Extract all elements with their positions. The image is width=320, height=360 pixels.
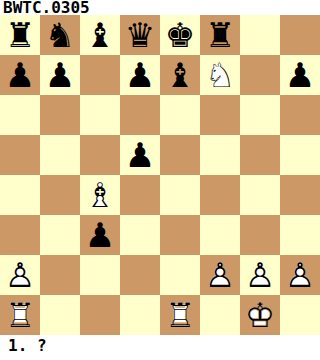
square-g7[interactable] (240, 55, 280, 95)
black-bishop-piece[interactable]: ♝ (160, 55, 200, 95)
square-h3[interactable] (280, 215, 320, 255)
square-g5[interactable] (240, 135, 280, 175)
square-a3[interactable] (0, 215, 40, 255)
square-g4[interactable] (240, 175, 280, 215)
square-g6[interactable] (240, 95, 280, 135)
square-c4[interactable]: ♝♗ (80, 175, 120, 215)
black-piece-glyph: ♛ (120, 15, 160, 55)
square-c3[interactable]: ♟ (80, 215, 120, 255)
white-knight-piece[interactable]: ♞♘ (200, 55, 240, 95)
black-pawn-piece[interactable]: ♟ (0, 55, 40, 95)
square-c2[interactable] (80, 255, 120, 295)
square-f4[interactable] (200, 175, 240, 215)
black-rook-piece[interactable]: ♜ (200, 15, 240, 55)
puzzle-id: BWTC.0305 (0, 0, 320, 15)
square-e2[interactable] (160, 255, 200, 295)
square-a7[interactable]: ♟ (0, 55, 40, 95)
chess-app-window: BWTC.0305 ♜♞♝♛♚♜♟♟♟♝♞♘♟♟♝♗♟♟♙♟♙♟♙♟♙♜♖♜♖♚… (0, 0, 320, 360)
square-h2[interactable]: ♟♙ (280, 255, 320, 295)
square-f8[interactable]: ♜ (200, 15, 240, 55)
square-e4[interactable] (160, 175, 200, 215)
white-bishop-piece[interactable]: ♝♗ (80, 175, 120, 215)
square-b8[interactable]: ♞ (40, 15, 80, 55)
black-piece-glyph: ♟ (120, 55, 160, 95)
white-piece-outline: ♙ (280, 255, 320, 295)
square-a2[interactable]: ♟♙ (0, 255, 40, 295)
white-piece-outline: ♖ (0, 295, 40, 335)
square-b7[interactable]: ♟ (40, 55, 80, 95)
square-c6[interactable] (80, 95, 120, 135)
white-rook-piece[interactable]: ♜♖ (160, 295, 200, 335)
white-pawn-piece[interactable]: ♟♙ (0, 255, 40, 295)
square-b3[interactable] (40, 215, 80, 255)
square-a1[interactable]: ♜♖ (0, 295, 40, 335)
black-pawn-piece[interactable]: ♟ (120, 135, 160, 175)
square-g1[interactable]: ♚♔ (240, 295, 280, 335)
black-pawn-piece[interactable]: ♟ (80, 215, 120, 255)
black-piece-glyph: ♞ (40, 15, 80, 55)
black-knight-piece[interactable]: ♞ (40, 15, 80, 55)
square-c1[interactable] (80, 295, 120, 335)
square-a5[interactable] (0, 135, 40, 175)
move-prompt: 1. ? (0, 335, 320, 360)
square-h5[interactable] (280, 135, 320, 175)
black-piece-glyph: ♟ (120, 135, 160, 175)
black-piece-glyph: ♜ (200, 15, 240, 55)
black-pawn-piece[interactable]: ♟ (280, 55, 320, 95)
white-piece-outline: ♙ (200, 255, 240, 295)
square-f5[interactable] (200, 135, 240, 175)
square-b5[interactable] (40, 135, 80, 175)
square-a8[interactable]: ♜ (0, 15, 40, 55)
black-piece-glyph: ♚ (160, 15, 200, 55)
square-e5[interactable] (160, 135, 200, 175)
chess-board: ♜♞♝♛♚♜♟♟♟♝♞♘♟♟♝♗♟♟♙♟♙♟♙♟♙♜♖♜♖♚♔ (0, 15, 320, 335)
white-piece-outline: ♙ (0, 255, 40, 295)
square-h7[interactable]: ♟ (280, 55, 320, 95)
white-piece-outline: ♔ (240, 295, 280, 335)
square-g2[interactable]: ♟♙ (240, 255, 280, 295)
square-d6[interactable] (120, 95, 160, 135)
square-d8[interactable]: ♛ (120, 15, 160, 55)
black-bishop-piece[interactable]: ♝ (80, 15, 120, 55)
white-pawn-piece[interactable]: ♟♙ (280, 255, 320, 295)
square-h4[interactable] (280, 175, 320, 215)
black-pawn-piece[interactable]: ♟ (120, 55, 160, 95)
black-piece-glyph: ♟ (40, 55, 80, 95)
square-d2[interactable] (120, 255, 160, 295)
square-b2[interactable] (40, 255, 80, 295)
black-piece-glyph: ♟ (280, 55, 320, 95)
black-pawn-piece[interactable]: ♟ (40, 55, 80, 95)
black-king-piece[interactable]: ♚ (160, 15, 200, 55)
square-d4[interactable] (120, 175, 160, 215)
square-e8[interactable]: ♚ (160, 15, 200, 55)
black-rook-piece[interactable]: ♜ (0, 15, 40, 55)
square-f2[interactable]: ♟♙ (200, 255, 240, 295)
square-f3[interactable] (200, 215, 240, 255)
square-a4[interactable] (0, 175, 40, 215)
square-d5[interactable]: ♟ (120, 135, 160, 175)
square-e3[interactable] (160, 215, 200, 255)
square-c8[interactable]: ♝ (80, 15, 120, 55)
square-e7[interactable]: ♝ (160, 55, 200, 95)
white-king-piece[interactable]: ♚♔ (240, 295, 280, 335)
white-piece-outline: ♗ (80, 175, 120, 215)
square-b1[interactable] (40, 295, 80, 335)
black-queen-piece[interactable]: ♛ (120, 15, 160, 55)
square-e6[interactable] (160, 95, 200, 135)
square-b6[interactable] (40, 95, 80, 135)
square-b4[interactable] (40, 175, 80, 215)
square-d7[interactable]: ♟ (120, 55, 160, 95)
white-piece-outline: ♙ (240, 255, 280, 295)
black-piece-glyph: ♟ (0, 55, 40, 95)
square-c5[interactable] (80, 135, 120, 175)
white-pawn-piece[interactable]: ♟♙ (200, 255, 240, 295)
white-pawn-piece[interactable]: ♟♙ (240, 255, 280, 295)
square-g8[interactable] (240, 15, 280, 55)
square-h1[interactable] (280, 295, 320, 335)
black-piece-glyph: ♝ (80, 15, 120, 55)
square-a6[interactable] (0, 95, 40, 135)
square-f7[interactable]: ♞♘ (200, 55, 240, 95)
white-rook-piece[interactable]: ♜♖ (0, 295, 40, 335)
square-g3[interactable] (240, 215, 280, 255)
white-piece-outline: ♖ (160, 295, 200, 335)
square-c7[interactable] (80, 55, 120, 95)
black-piece-glyph: ♟ (80, 215, 120, 255)
square-f6[interactable] (200, 95, 240, 135)
square-f1[interactable] (200, 295, 240, 335)
black-piece-glyph: ♝ (160, 55, 200, 95)
black-piece-glyph: ♜ (0, 15, 40, 55)
square-h6[interactable] (280, 95, 320, 135)
white-piece-outline: ♘ (200, 55, 240, 95)
square-d3[interactable] (120, 215, 160, 255)
square-h8[interactable] (280, 15, 320, 55)
square-e1[interactable]: ♜♖ (160, 295, 200, 335)
square-d1[interactable] (120, 295, 160, 335)
